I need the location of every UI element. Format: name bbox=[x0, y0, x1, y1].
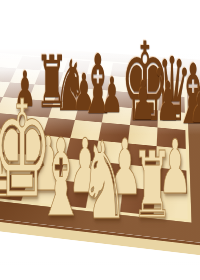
white-rook: ♜ bbox=[131, 140, 172, 232]
chess-set-product-photo: ♟♜♞♟♝♟♚♟♛♟♝♟♟♟♟♟♛♚♝♞♜ bbox=[0, 0, 200, 280]
white-bishop: ♝ bbox=[37, 125, 85, 232]
white-knight: ♞ bbox=[80, 128, 128, 235]
pieces-layer: ♟♜♞♟♝♟♚♟♛♟♝♟♟♟♟♟♛♚♝♞♜ bbox=[0, 0, 200, 280]
